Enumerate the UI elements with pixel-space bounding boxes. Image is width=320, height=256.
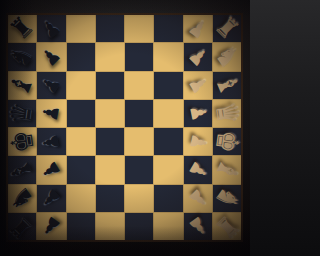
square-e6[interactable] (67, 128, 95, 155)
black-pawn-piece: ♟ (38, 43, 65, 70)
square-a6[interactable] (67, 15, 95, 42)
square-f4[interactable] (125, 156, 153, 183)
square-h3[interactable] (154, 213, 182, 240)
square-c8[interactable]: ♝ (8, 72, 36, 99)
square-c2[interactable]: ♟ (184, 72, 212, 99)
square-e2[interactable]: ♟ (184, 128, 212, 155)
square-a8[interactable]: ♜ (8, 15, 36, 42)
square-d7[interactable]: ♟ (37, 100, 65, 127)
square-b8[interactable]: ♞ (8, 43, 36, 70)
square-h1[interactable]: ♜ (213, 213, 241, 240)
black-bishop-piece: ♝ (6, 71, 39, 100)
black-pawn-piece: ♟ (38, 212, 64, 240)
square-h2[interactable]: ♟ (184, 213, 212, 240)
square-h4[interactable] (125, 213, 153, 240)
white-queen-piece: ♛ (210, 100, 243, 126)
white-knight-piece: ♞ (210, 41, 244, 73)
white-pawn-piece: ♟ (184, 185, 211, 212)
chess-board[interactable]: ♜♟♟♜♞♟♟♞♝♟♟♝♛♟♟♛♚♟♟♚♝♟♟♝♞♟♟♞♜♟♟♜ (6, 13, 243, 242)
black-king-piece: ♚ (6, 128, 39, 154)
square-c7[interactable]: ♟ (37, 72, 65, 99)
black-rook-piece: ♜ (6, 12, 39, 45)
square-f1[interactable]: ♝ (213, 156, 241, 183)
black-knight-piece: ♞ (5, 182, 39, 214)
black-rook-piece: ♜ (6, 210, 39, 243)
square-b4[interactable] (125, 43, 153, 70)
white-knight-piece: ♞ (210, 182, 244, 214)
square-g2[interactable]: ♟ (184, 185, 212, 212)
square-h5[interactable] (96, 213, 124, 240)
white-pawn-piece: ♟ (184, 73, 210, 98)
square-g3[interactable] (154, 185, 182, 212)
black-pawn-piece: ♟ (38, 158, 64, 183)
square-g4[interactable] (125, 185, 153, 212)
white-rook-piece: ♜ (211, 12, 244, 45)
black-pawn-piece: ♟ (38, 185, 65, 212)
square-a4[interactable] (125, 15, 153, 42)
white-pawn-piece: ♟ (184, 158, 210, 183)
square-e8[interactable]: ♚ (8, 128, 36, 155)
square-f7[interactable]: ♟ (37, 156, 65, 183)
square-a7[interactable]: ♟ (37, 15, 65, 42)
square-d1[interactable]: ♛ (213, 100, 241, 127)
square-h6[interactable] (67, 213, 95, 240)
square-d5[interactable] (96, 100, 124, 127)
square-c1[interactable]: ♝ (213, 72, 241, 99)
white-pawn-piece: ♟ (186, 132, 209, 152)
square-g6[interactable] (67, 185, 95, 212)
square-b7[interactable]: ♟ (37, 43, 65, 70)
square-c3[interactable] (154, 72, 182, 99)
square-a1[interactable]: ♜ (213, 15, 241, 42)
white-pawn-piece: ♟ (184, 212, 210, 240)
black-bishop-piece: ♝ (6, 155, 39, 184)
white-pawn-piece: ♟ (184, 43, 211, 70)
square-a3[interactable] (154, 15, 182, 42)
square-e4[interactable] (125, 128, 153, 155)
square-f8[interactable]: ♝ (8, 156, 36, 183)
square-d3[interactable] (154, 100, 182, 127)
square-d6[interactable] (67, 100, 95, 127)
square-d8[interactable]: ♛ (8, 100, 36, 127)
square-b3[interactable] (154, 43, 182, 70)
white-king-piece: ♚ (210, 128, 243, 154)
black-pawn-piece: ♟ (40, 132, 63, 152)
white-pawn-piece: ♟ (184, 15, 210, 43)
square-g1[interactable]: ♞ (213, 185, 241, 212)
black-pawn-piece: ♟ (38, 73, 64, 98)
square-h8[interactable]: ♜ (8, 213, 36, 240)
square-a5[interactable] (96, 15, 124, 42)
black-queen-piece: ♛ (6, 100, 39, 126)
square-d2[interactable]: ♟ (184, 100, 212, 127)
square-g8[interactable]: ♞ (8, 185, 36, 212)
square-f5[interactable] (96, 156, 124, 183)
square-e3[interactable] (154, 128, 182, 155)
square-e1[interactable]: ♚ (213, 128, 241, 155)
square-b1[interactable]: ♞ (213, 43, 241, 70)
white-rook-piece: ♜ (211, 210, 244, 243)
chess-board-photo: ♜♟♟♜♞♟♟♞♝♟♟♝♛♟♟♛♚♟♟♚♝♟♟♝♞♟♟♞♜♟♟♜ (0, 0, 250, 256)
black-pawn-piece: ♟ (40, 103, 63, 123)
square-e5[interactable] (96, 128, 124, 155)
square-a2[interactable]: ♟ (184, 15, 212, 42)
square-f3[interactable] (154, 156, 182, 183)
white-bishop-piece: ♝ (211, 155, 244, 184)
white-pawn-piece: ♟ (186, 103, 209, 123)
square-b5[interactable] (96, 43, 124, 70)
white-bishop-piece: ♝ (211, 71, 244, 100)
square-g7[interactable]: ♟ (37, 185, 65, 212)
square-h7[interactable]: ♟ (37, 213, 65, 240)
square-c4[interactable] (125, 72, 153, 99)
square-b6[interactable] (67, 43, 95, 70)
square-f6[interactable] (67, 156, 95, 183)
black-pawn-piece: ♟ (38, 15, 64, 43)
square-b2[interactable]: ♟ (184, 43, 212, 70)
square-g5[interactable] (96, 185, 124, 212)
square-f2[interactable]: ♟ (184, 156, 212, 183)
black-knight-piece: ♞ (5, 41, 39, 73)
square-d4[interactable] (125, 100, 153, 127)
square-c6[interactable] (67, 72, 95, 99)
square-e7[interactable]: ♟ (37, 128, 65, 155)
square-c5[interactable] (96, 72, 124, 99)
